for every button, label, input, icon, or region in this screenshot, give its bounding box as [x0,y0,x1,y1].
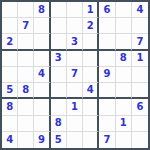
sudoku-cell-given[interactable]: 4 [132,2,148,18]
sudoku-cell-empty[interactable] [83,132,99,148]
sudoku-cell-empty[interactable] [51,2,67,18]
sudoku-cell-given[interactable]: 6 [132,99,148,115]
sudoku-cell-given[interactable]: 8 [2,99,18,115]
sudoku-cell-given[interactable]: 7 [67,67,83,83]
sudoku-cell-given[interactable]: 5 [51,132,67,148]
sudoku-cell-given[interactable]: 4 [34,67,50,83]
sudoku-cell-empty[interactable] [67,83,83,99]
sudoku-cell-empty[interactable] [18,67,34,83]
sudoku-cell-empty[interactable] [116,99,132,115]
sudoku-board: 816472237381479584816814957 [0,0,150,150]
sudoku-cell-empty[interactable] [132,83,148,99]
sudoku-cell-empty[interactable] [83,116,99,132]
sudoku-cell-given[interactable]: 1 [83,2,99,18]
sudoku-cell-given[interactable]: 9 [99,67,115,83]
sudoku-cell-empty[interactable] [34,51,50,67]
sudoku-cell-empty[interactable] [34,83,50,99]
sudoku-cell-given[interactable]: 8 [34,2,50,18]
sudoku-cell-empty[interactable] [2,51,18,67]
sudoku-cell-empty[interactable] [2,116,18,132]
sudoku-cell-given[interactable]: 1 [132,51,148,67]
sudoku-cell-given[interactable]: 1 [116,116,132,132]
sudoku-cell-empty[interactable] [116,83,132,99]
sudoku-cell-empty[interactable] [18,2,34,18]
sudoku-cell-empty[interactable] [116,67,132,83]
sudoku-cell-given[interactable]: 3 [51,51,67,67]
sudoku-cell-empty[interactable] [18,34,34,50]
sudoku-cell-empty[interactable] [51,67,67,83]
sudoku-cell-empty[interactable] [99,18,115,34]
sudoku-cell-given[interactable]: 1 [67,99,83,115]
sudoku-cell-empty[interactable] [99,116,115,132]
sudoku-cell-empty[interactable] [132,67,148,83]
sudoku-cell-empty[interactable] [51,34,67,50]
sudoku-cell-given[interactable]: 7 [18,18,34,34]
sudoku-cell-empty[interactable] [83,34,99,50]
sudoku-cell-empty[interactable] [67,116,83,132]
sudoku-cell-given[interactable]: 4 [83,83,99,99]
sudoku-cell-given[interactable]: 8 [116,51,132,67]
sudoku-cell-empty[interactable] [34,116,50,132]
sudoku-cell-empty[interactable] [67,2,83,18]
sudoku-cell-empty[interactable] [2,18,18,34]
sudoku-cell-given[interactable]: 8 [18,83,34,99]
sudoku-cell-empty[interactable] [132,132,148,148]
sudoku-cell-empty[interactable] [83,67,99,83]
sudoku-cell-given[interactable]: 2 [83,18,99,34]
sudoku-cell-empty[interactable] [116,2,132,18]
sudoku-cell-empty[interactable] [83,51,99,67]
sudoku-cell-given[interactable]: 6 [99,2,115,18]
sudoku-cell-empty[interactable] [67,132,83,148]
sudoku-cell-given[interactable]: 9 [34,132,50,148]
sudoku-cell-empty[interactable] [132,116,148,132]
sudoku-cell-empty[interactable] [34,18,50,34]
sudoku-cell-empty[interactable] [67,51,83,67]
sudoku-cell-empty[interactable] [2,67,18,83]
sudoku-cell-empty[interactable] [18,132,34,148]
sudoku-cell-empty[interactable] [132,18,148,34]
sudoku-cell-empty[interactable] [34,99,50,115]
sudoku-cell-empty[interactable] [99,34,115,50]
sudoku-cell-empty[interactable] [83,99,99,115]
sudoku-cell-empty[interactable] [18,116,34,132]
sudoku-cell-empty[interactable] [51,18,67,34]
sudoku-cell-empty[interactable] [116,34,132,50]
sudoku-cell-empty[interactable] [18,99,34,115]
sudoku-cell-empty[interactable] [99,51,115,67]
sudoku-cell-empty[interactable] [34,34,50,50]
sudoku-cell-empty[interactable] [116,132,132,148]
sudoku-cell-empty[interactable] [51,99,67,115]
sudoku-cell-given[interactable]: 3 [67,34,83,50]
sudoku-cell-given[interactable]: 5 [2,83,18,99]
sudoku-cell-given[interactable]: 4 [2,132,18,148]
sudoku-cell-empty[interactable] [99,83,115,99]
sudoku-cell-given[interactable]: 2 [2,34,18,50]
sudoku-cell-empty[interactable] [18,51,34,67]
sudoku-cell-empty[interactable] [116,18,132,34]
sudoku-cell-empty[interactable] [99,99,115,115]
sudoku-cell-given[interactable]: 8 [51,116,67,132]
sudoku-cell-given[interactable]: 7 [132,34,148,50]
sudoku-cell-empty[interactable] [67,18,83,34]
sudoku-cell-empty[interactable] [2,2,18,18]
sudoku-cell-given[interactable]: 7 [99,132,115,148]
sudoku-cell-empty[interactable] [51,83,67,99]
